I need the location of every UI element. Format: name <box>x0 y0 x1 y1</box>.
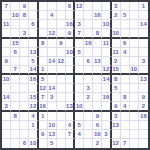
cell-r9c12[interactable]: 14 <box>102 75 111 84</box>
cell-r2c3[interactable]: 8 <box>20 11 29 20</box>
cell-r15c3[interactable] <box>20 130 29 139</box>
cell-r16c11[interactable]: 2 <box>93 139 102 148</box>
cell-r10c10[interactable]: 3 <box>84 84 93 93</box>
cell-r9c8[interactable] <box>66 75 75 84</box>
cell-r16c1[interactable] <box>2 139 11 148</box>
cell-r12c11[interactable] <box>93 102 102 111</box>
cell-r7c12[interactable] <box>102 57 111 66</box>
cell-r8c14[interactable] <box>121 66 130 75</box>
cell-r10c4[interactable] <box>29 84 38 93</box>
cell-r14c11[interactable]: 6 <box>93 121 102 130</box>
cell-r15c15[interactable] <box>130 130 139 139</box>
cell-r11c5[interactable]: 7 <box>39 93 48 102</box>
cell-r15c4[interactable] <box>29 130 38 139</box>
cell-r1c12[interactable] <box>102 2 111 11</box>
cell-r2c15[interactable] <box>130 11 139 20</box>
cell-r12c12[interactable] <box>102 102 111 111</box>
cell-r11c14[interactable]: 8 <box>121 93 130 102</box>
cell-r15c12[interactable]: 3 <box>102 130 111 139</box>
cell-r5c6[interactable] <box>48 39 57 48</box>
cell-r1c4[interactable] <box>29 2 38 11</box>
cell-r9c7[interactable] <box>57 75 66 84</box>
cell-r14c13[interactable]: 13 <box>112 121 121 130</box>
cell-r13c1[interactable] <box>2 112 11 121</box>
cell-r15c13[interactable] <box>112 130 121 139</box>
cell-r15c7[interactable] <box>57 130 66 139</box>
cell-r12c15[interactable] <box>130 102 139 111</box>
cell-r12c4[interactable]: 12 <box>29 102 38 111</box>
cell-r3c1[interactable]: 11 <box>2 20 11 29</box>
cell-r15c2[interactable] <box>11 130 20 139</box>
cell-r10c11[interactable] <box>93 84 102 93</box>
cell-r14c9[interactable]: 5 <box>75 121 84 130</box>
cell-r12c13[interactable]: 9 <box>112 102 121 111</box>
cell-r6c4[interactable]: 13 <box>29 48 38 57</box>
cell-r16c5[interactable] <box>39 139 48 148</box>
cell-r2c4[interactable] <box>29 11 38 20</box>
cell-r8c3[interactable] <box>20 66 29 75</box>
cell-r16c6[interactable]: 5 <box>48 139 57 148</box>
cell-r15c11[interactable]: 10 <box>93 130 102 139</box>
cell-r11c13[interactable] <box>112 93 121 102</box>
cell-r13c5[interactable]: 1 <box>39 112 48 121</box>
cell-r14c12[interactable] <box>102 121 111 130</box>
cell-r14c10[interactable] <box>84 121 93 130</box>
cell-r5c11[interactable] <box>93 39 102 48</box>
cell-r10c7[interactable] <box>57 84 66 93</box>
cell-r1c6[interactable] <box>48 2 57 11</box>
cell-r4c12[interactable] <box>102 29 111 38</box>
cell-r3c6[interactable] <box>48 20 57 29</box>
cell-r13c10[interactable] <box>84 112 93 121</box>
cell-r11c8[interactable] <box>66 93 75 102</box>
cell-r1c16[interactable]: 1 <box>139 2 148 11</box>
cell-r1c10[interactable] <box>84 2 93 11</box>
cell-r6c13[interactable]: 11 <box>112 48 121 57</box>
cell-r8c13[interactable]: 15 <box>112 66 121 75</box>
cell-r13c9[interactable] <box>75 112 84 121</box>
cell-r6c14[interactable]: 4 <box>121 48 130 57</box>
cell-r8c16[interactable] <box>139 66 148 75</box>
cell-r8c11[interactable] <box>93 66 102 75</box>
cell-r4c4[interactable] <box>29 29 38 38</box>
cell-r4c10[interactable] <box>84 29 93 38</box>
cell-r14c14[interactable] <box>121 121 130 130</box>
cell-r3c5[interactable] <box>39 20 48 29</box>
cell-r12c5[interactable]: 16 <box>39 102 48 111</box>
cell-r3c12[interactable]: 10 <box>102 20 111 29</box>
cell-r13c7[interactable] <box>57 112 66 121</box>
cell-r5c14[interactable]: 6 <box>121 39 130 48</box>
cell-r5c7[interactable]: 9 <box>57 39 66 48</box>
cell-r4c16[interactable] <box>139 29 148 38</box>
cell-r5c13[interactable] <box>112 39 121 48</box>
cell-r4c11[interactable]: 8 <box>93 29 102 38</box>
cell-r5c9[interactable] <box>75 39 84 48</box>
cell-r12c10[interactable] <box>84 102 93 111</box>
cell-r10c16[interactable] <box>139 84 148 93</box>
cell-r11c10[interactable]: 2 <box>84 93 93 102</box>
cell-r13c13[interactable]: 3 <box>112 112 121 121</box>
cell-r8c12[interactable]: 12 <box>102 66 111 75</box>
cell-r9c13[interactable]: 8 <box>112 75 121 84</box>
cell-r14c3[interactable] <box>20 121 29 130</box>
cell-r16c3[interactable]: 6 <box>20 139 29 148</box>
cell-r1c9[interactable]: 12 <box>75 2 84 11</box>
cell-r3c4[interactable]: 6 <box>29 20 38 29</box>
cell-r12c7[interactable] <box>57 102 66 111</box>
cell-r5c8[interactable] <box>66 39 75 48</box>
cell-r16c7[interactable] <box>57 139 66 148</box>
cell-r5c1[interactable] <box>2 39 11 48</box>
cell-r1c5[interactable] <box>39 2 48 11</box>
cell-r10c5[interactable]: 12 <box>39 84 48 93</box>
cell-r12c2[interactable] <box>11 102 20 111</box>
cell-r7c3[interactable] <box>20 57 29 66</box>
cell-r15c5[interactable]: 9 <box>39 130 48 139</box>
cell-r7c13[interactable]: 2 <box>112 57 121 66</box>
cell-r4c9[interactable]: 7 <box>75 29 84 38</box>
cell-r12c8[interactable]: 13 <box>66 102 75 111</box>
cell-r7c6[interactable]: 14 <box>48 57 57 66</box>
cell-r6c16[interactable] <box>139 48 148 57</box>
cell-r1c1[interactable]: 7 <box>2 2 11 11</box>
cell-r4c1[interactable] <box>2 29 11 38</box>
cell-r5c3[interactable] <box>20 39 29 48</box>
cell-r10c8[interactable] <box>66 84 75 93</box>
cell-r10c13[interactable]: 5 <box>112 84 121 93</box>
cell-r16c15[interactable] <box>130 139 139 148</box>
cell-r3c7[interactable] <box>57 20 66 29</box>
cell-r4c7[interactable] <box>57 29 66 38</box>
cell-r11c1[interactable]: 14 <box>2 93 11 102</box>
cell-r10c2[interactable] <box>11 84 20 93</box>
cell-r6c5[interactable] <box>39 48 48 57</box>
cell-r16c12[interactable] <box>102 139 111 148</box>
cell-r2c13[interactable]: 2 <box>112 11 121 20</box>
cell-r7c8[interactable] <box>66 57 75 66</box>
cell-r10c15[interactable] <box>130 84 139 93</box>
cell-r14c6[interactable]: 10 <box>48 121 57 130</box>
cell-r13c6[interactable] <box>48 112 57 121</box>
cell-r4c5[interactable] <box>39 29 48 38</box>
cell-r16c13[interactable]: 12 <box>112 139 121 148</box>
cell-r7c11[interactable]: 13 <box>93 57 102 66</box>
cell-r11c6[interactable]: 3 <box>48 93 57 102</box>
cell-r2c1[interactable] <box>2 11 11 20</box>
cell-r14c7[interactable] <box>57 121 66 130</box>
cell-r3c16[interactable]: 14 <box>139 20 148 29</box>
cell-r6c3[interactable] <box>20 48 29 57</box>
cell-r14c2[interactable] <box>11 121 20 130</box>
sudoku-board: 7961231108416251161631014312978101589161… <box>0 0 150 150</box>
cell-r11c7[interactable] <box>57 93 66 102</box>
cell-r12c9[interactable]: 10 <box>75 102 84 111</box>
cell-r2c2[interactable]: 10 <box>11 11 20 20</box>
cell-r1c8[interactable]: 6 <box>66 2 75 11</box>
cell-r11c16[interactable]: 9 <box>139 93 148 102</box>
cell-r16c10[interactable] <box>84 139 93 148</box>
cell-r14c1[interactable] <box>2 121 11 130</box>
cell-r2c14[interactable]: 5 <box>121 11 130 20</box>
cell-r9c4[interactable]: 16 <box>29 75 38 84</box>
cell-r13c4[interactable]: 4 <box>29 112 38 121</box>
cell-r3c8[interactable]: 16 <box>66 20 75 29</box>
cell-r3c10[interactable] <box>84 20 93 29</box>
cell-r10c1[interactable] <box>2 84 11 93</box>
cell-r6c11[interactable] <box>93 48 102 57</box>
cell-r12c1[interactable]: 3 <box>2 102 11 111</box>
cell-r13c16[interactable]: 16 <box>139 112 148 121</box>
cell-r10c3[interactable] <box>20 84 29 93</box>
cell-r16c2[interactable] <box>11 139 20 148</box>
cell-r5c4[interactable] <box>29 39 38 48</box>
cell-r15c10[interactable] <box>84 130 93 139</box>
cell-r8c15[interactable]: 10 <box>130 66 139 75</box>
cell-r11c9[interactable] <box>75 93 84 102</box>
cell-r15c9[interactable]: 4 <box>75 130 84 139</box>
cell-r2c16[interactable] <box>139 11 148 20</box>
cell-r2c6[interactable]: 4 <box>48 11 57 20</box>
cell-r14c5[interactable] <box>39 121 48 130</box>
cell-r9c15[interactable] <box>130 75 139 84</box>
cell-r1c15[interactable] <box>130 2 139 11</box>
cell-r8c6[interactable] <box>48 66 57 75</box>
cell-r1c3[interactable]: 9 <box>20 2 29 11</box>
cell-r7c1[interactable]: 9 <box>2 57 11 66</box>
cell-r3c3[interactable] <box>20 20 29 29</box>
cell-r12c3[interactable] <box>20 102 29 111</box>
cell-r8c2[interactable]: 7 <box>11 66 20 75</box>
cell-r9c5[interactable]: 5 <box>39 75 48 84</box>
cell-r8c5[interactable]: 1 <box>39 66 48 75</box>
cell-r3c9[interactable]: 3 <box>75 20 84 29</box>
cell-r2c10[interactable] <box>84 11 93 20</box>
cell-r7c15[interactable] <box>130 57 139 66</box>
cell-r6c10[interactable] <box>84 48 93 57</box>
cell-r9c9[interactable] <box>75 75 84 84</box>
cell-r9c11[interactable] <box>93 75 102 84</box>
cell-r7c5[interactable] <box>39 57 48 66</box>
cell-r10c12[interactable] <box>102 84 111 93</box>
cell-r11c4[interactable]: 15 <box>29 93 38 102</box>
cell-r8c8[interactable] <box>66 66 75 75</box>
cell-r9c6[interactable] <box>48 75 57 84</box>
cell-r1c13[interactable]: 3 <box>112 2 121 11</box>
cell-r4c8[interactable]: 9 <box>66 29 75 38</box>
cell-r7c10[interactable]: 6 <box>84 57 93 66</box>
cell-r2c9[interactable] <box>75 11 84 20</box>
cell-r4c15[interactable] <box>130 29 139 38</box>
cell-r5c12[interactable]: 11 <box>102 39 111 48</box>
cell-r3c13[interactable] <box>112 20 121 29</box>
cell-r1c7[interactable] <box>57 2 66 11</box>
cell-r12c16[interactable]: 2 <box>139 102 148 111</box>
cell-r8c9[interactable] <box>75 66 84 75</box>
cell-r16c16[interactable] <box>139 139 148 148</box>
cell-r9c1[interactable]: 10 <box>2 75 11 84</box>
cell-r15c16[interactable] <box>139 130 148 139</box>
cell-r13c3[interactable] <box>20 112 29 121</box>
cell-r7c9[interactable] <box>75 57 84 66</box>
cell-r6c6[interactable] <box>48 48 57 57</box>
cell-r11c3[interactable] <box>20 93 29 102</box>
cell-r2c11[interactable]: 16 <box>93 11 102 20</box>
cell-r14c4[interactable]: 1 <box>29 121 38 130</box>
cell-r7c14[interactable] <box>121 57 130 66</box>
cell-r8c1[interactable] <box>2 66 11 75</box>
cell-r5c16[interactable] <box>139 39 148 48</box>
cell-r2c12[interactable] <box>102 11 111 20</box>
cell-r7c16[interactable]: 3 <box>139 57 148 66</box>
cell-r11c11[interactable] <box>93 93 102 102</box>
cell-r12c6[interactable] <box>48 102 57 111</box>
cell-r1c11[interactable] <box>93 2 102 11</box>
cell-r15c8[interactable]: 7 <box>66 130 75 139</box>
cell-r13c12[interactable] <box>102 112 111 121</box>
cell-r9c16[interactable]: 13 <box>139 75 148 84</box>
cell-r4c6[interactable]: 12 <box>48 29 57 38</box>
cell-r8c4[interactable]: 14 <box>29 66 38 75</box>
cell-r13c15[interactable] <box>130 112 139 121</box>
cell-r5c2[interactable]: 15 <box>11 39 20 48</box>
cell-r9c2[interactable] <box>11 75 20 84</box>
cell-r16c8[interactable] <box>66 139 75 148</box>
cell-r14c15[interactable] <box>130 121 139 130</box>
cell-r13c2[interactable]: 8 <box>11 112 20 121</box>
cell-r4c2[interactable] <box>11 29 20 38</box>
cell-r8c7[interactable] <box>57 66 66 75</box>
cell-r6c1[interactable] <box>2 48 11 57</box>
cell-r1c14[interactable] <box>121 2 130 11</box>
cell-r16c4[interactable]: 10 <box>29 139 38 148</box>
cell-r2c5[interactable] <box>39 11 48 20</box>
cell-r2c8[interactable] <box>66 11 75 20</box>
cell-r4c14[interactable] <box>121 29 130 38</box>
cell-r7c2[interactable] <box>11 57 20 66</box>
cell-r3c14[interactable] <box>121 20 130 29</box>
cell-r7c4[interactable]: 5 <box>29 57 38 66</box>
cell-r9c14[interactable] <box>121 75 130 84</box>
cell-r5c10[interactable]: 16 <box>84 39 93 48</box>
cell-r6c2[interactable]: 6 <box>11 48 20 57</box>
cell-r11c12[interactable]: 16 <box>102 93 111 102</box>
cell-r13c14[interactable] <box>121 112 130 121</box>
cell-r13c8[interactable] <box>66 112 75 121</box>
cell-r2c7[interactable] <box>57 11 66 20</box>
cell-r5c15[interactable] <box>130 39 139 48</box>
cell-r6c8[interactable]: 10 <box>66 48 75 57</box>
cell-r9c3[interactable] <box>20 75 29 84</box>
cell-r12c14[interactable]: 4 <box>121 102 130 111</box>
cell-r6c15[interactable] <box>130 48 139 57</box>
cell-r13c11[interactable]: 9 <box>93 112 102 121</box>
cell-r3c15[interactable] <box>130 20 139 29</box>
cell-r4c13[interactable]: 10 <box>112 29 121 38</box>
cell-r14c16[interactable] <box>139 121 148 130</box>
cell-r7c7[interactable]: 12 <box>57 57 66 66</box>
cell-r3c11[interactable] <box>93 20 102 29</box>
cell-r15c14[interactable] <box>121 130 130 139</box>
cell-r11c2[interactable] <box>11 93 20 102</box>
cell-r3c2[interactable] <box>11 20 20 29</box>
cell-r10c14[interactable] <box>121 84 130 93</box>
cell-r6c12[interactable] <box>102 48 111 57</box>
cell-r15c1[interactable] <box>2 130 11 139</box>
cell-r16c9[interactable] <box>75 139 84 148</box>
cell-r15c6[interactable]: 13 <box>48 130 57 139</box>
cell-r16c14[interactable]: 7 <box>121 139 130 148</box>
cell-r6c7[interactable] <box>57 48 66 57</box>
cell-r6c9[interactable]: 5 <box>75 48 84 57</box>
cell-r11c15[interactable] <box>130 93 139 102</box>
cell-r14c8[interactable]: 4 <box>66 121 75 130</box>
cell-r4c3[interactable]: 3 <box>20 29 29 38</box>
cell-r10c9[interactable] <box>75 84 84 93</box>
cell-r8c10[interactable] <box>84 66 93 75</box>
cell-r1c2[interactable] <box>11 2 20 11</box>
cell-r5c5[interactable]: 8 <box>39 39 48 48</box>
cell-r10c6[interactable]: 14 <box>48 84 57 93</box>
cell-r9c10[interactable] <box>84 75 93 84</box>
